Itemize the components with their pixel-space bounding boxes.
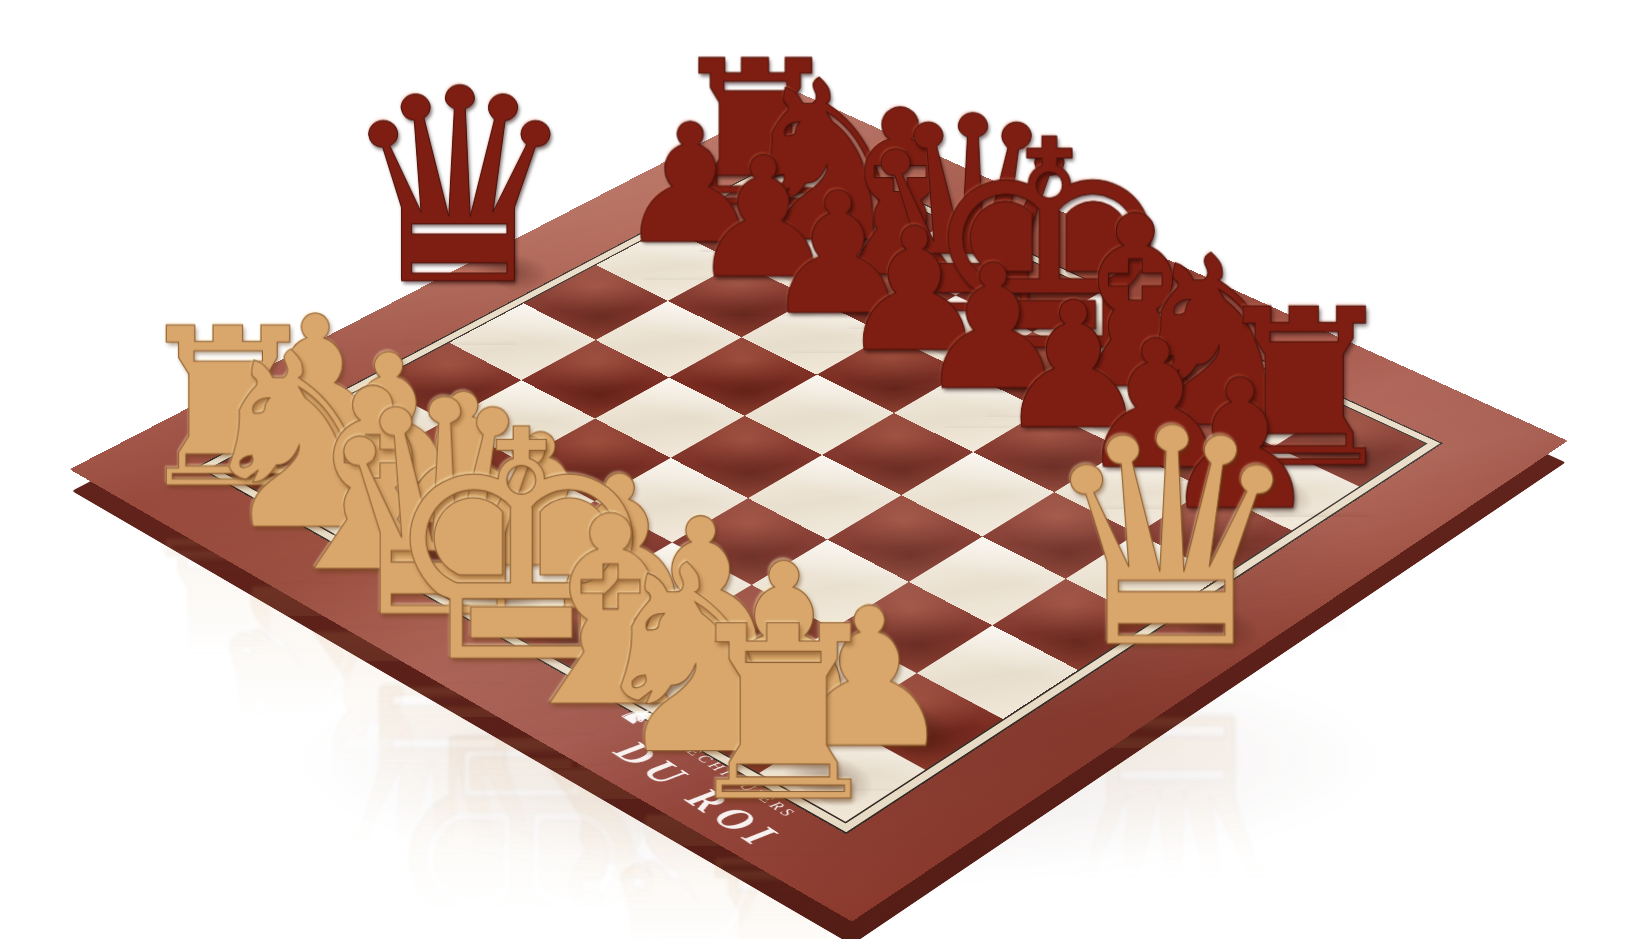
extra-white-queen: ♛♛: [1149, 574, 1307, 665]
product-photo-scene: ♜♜♞♞♝♝♛♛♚♚♝♝♞♞♜♜♟♟♟♟♟♟♟♟♟♟♟♟♟♟♟♟♟♟♟♟♟♟♟♟…: [0, 0, 1638, 939]
extra-red-queen: ♛♛: [452, 229, 595, 302]
piece-white-queen: ♛♛: [1037, 389, 1306, 689]
piece-reflection: ♛: [1037, 672, 1306, 939]
square-f5: [901, 452, 1054, 536]
piece-white-rook: ♜♜: [675, 595, 890, 835]
